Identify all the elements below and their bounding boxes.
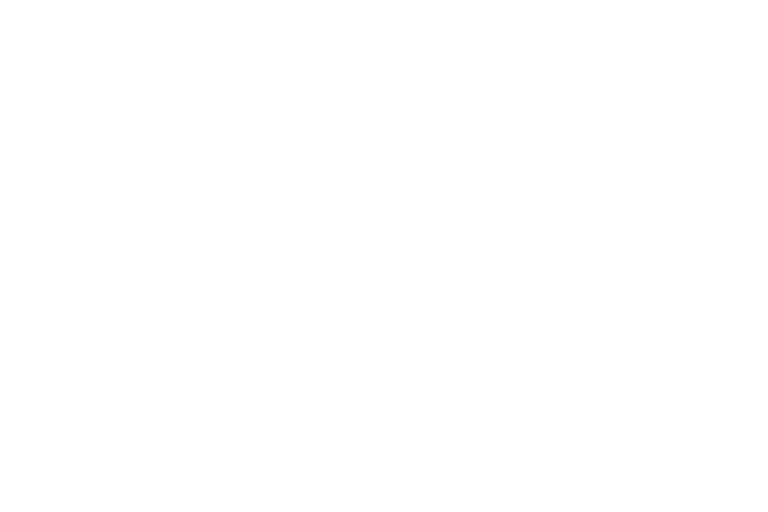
chessboard [0,0,768,512]
product-photo-scene [0,0,768,512]
